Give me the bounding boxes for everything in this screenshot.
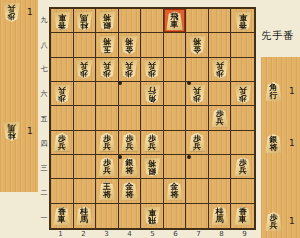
hand-count: 1	[289, 138, 295, 148]
piece-銀将-top[interactable]: 銀将	[143, 157, 160, 176]
file-label-5: 5	[141, 230, 164, 238]
square-2-七[interactable]: 歩兵	[74, 58, 97, 82]
piece-飛車-top[interactable]: 飛車	[143, 206, 160, 225]
square-4-八[interactable]: 金将	[119, 33, 142, 57]
square-3-八[interactable]: 玉将	[96, 33, 119, 57]
square-4-五[interactable]	[119, 106, 142, 130]
piece-歩兵-top[interactable]: 歩兵	[53, 84, 70, 103]
square-5-八[interactable]	[141, 33, 164, 57]
hand-piece-歩兵[interactable]: 歩兵	[265, 212, 282, 231]
square-9-八[interactable]	[231, 33, 254, 57]
square-2-四[interactable]	[74, 131, 97, 155]
piece-王将-bottom[interactable]: 王将	[98, 181, 115, 200]
square-2-五[interactable]	[74, 106, 97, 130]
square-1-四[interactable]: 歩兵	[51, 131, 74, 155]
square-2-三[interactable]	[74, 155, 97, 179]
piece-香車-top[interactable]: 香車	[234, 11, 251, 30]
piece-金将-bottom[interactable]: 金将	[121, 181, 138, 200]
square-7-二[interactable]	[186, 179, 209, 203]
square-5-五[interactable]	[141, 106, 164, 130]
piece-歩兵-top[interactable]: 歩兵	[76, 60, 93, 79]
square-8-五[interactable]: 歩兵	[209, 106, 232, 130]
square-6-六[interactable]	[164, 82, 187, 106]
square-3-二[interactable]: 王将	[96, 179, 119, 203]
file-label-1: 1	[49, 230, 72, 238]
square-1-七[interactable]	[51, 58, 74, 82]
square-9-九[interactable]: 香車	[231, 9, 254, 33]
square-1-六[interactable]: 歩兵	[51, 82, 74, 106]
square-9-四[interactable]	[231, 131, 254, 155]
rank-label-四: 四	[40, 139, 48, 149]
file-label-9: 9	[233, 230, 256, 238]
piece-歩兵-top[interactable]: 歩兵	[98, 60, 115, 79]
square-3-九[interactable]: 銀将	[96, 9, 119, 33]
file-label-7: 7	[187, 230, 210, 238]
hand-count: 1	[289, 86, 295, 96]
turn-indicator: 先手番	[261, 29, 300, 43]
piece-香車-bottom[interactable]: 香車	[234, 206, 251, 225]
hand-piece-角行[interactable]: 角行	[265, 82, 282, 101]
square-5-七[interactable]: 歩兵	[141, 58, 164, 82]
hoshi-dot	[118, 155, 122, 159]
rank-label-一: 一	[40, 213, 48, 223]
square-5-二[interactable]	[141, 179, 164, 203]
square-7-七[interactable]	[186, 58, 209, 82]
square-2-二[interactable]	[74, 179, 97, 203]
square-3-一[interactable]	[96, 204, 119, 228]
square-4-六[interactable]	[119, 82, 142, 106]
piece-歩兵-top[interactable]: 歩兵	[189, 84, 206, 103]
piece-銀将-top[interactable]: 銀将	[98, 11, 115, 30]
square-4-九[interactable]	[119, 9, 142, 33]
square-9-七[interactable]	[231, 58, 254, 82]
square-6-五[interactable]	[164, 106, 187, 130]
hand-piece-桂馬[interactable]: 桂馬	[3, 122, 20, 141]
square-5-一[interactable]: 飛車	[141, 204, 164, 228]
hoshi-dot	[118, 81, 122, 85]
piece-角行-top[interactable]: 角行	[143, 84, 160, 103]
square-4-七[interactable]: 歩兵	[119, 58, 142, 82]
square-7-九[interactable]	[186, 9, 209, 33]
piece-桂馬-bottom[interactable]: 桂馬	[76, 206, 93, 225]
square-8-七[interactable]: 歩兵	[209, 58, 232, 82]
top-player-hand-panel: 歩兵1桂馬1	[0, 0, 38, 192]
piece-歩兵-bottom[interactable]: 歩兵	[121, 133, 138, 152]
piece-歩兵-bottom[interactable]: 歩兵	[211, 108, 228, 127]
square-2-九[interactable]: 桂馬	[74, 9, 97, 33]
shogi-board: 香車桂馬銀将飛車香車玉将金将金将歩兵歩兵歩兵歩兵歩兵歩兵角行歩兵歩兵歩兵歩兵歩兵…	[49, 7, 256, 230]
square-8-二[interactable]	[209, 179, 232, 203]
hand-count: 1	[289, 216, 295, 226]
square-5-六[interactable]: 角行	[141, 82, 164, 106]
piece-歩兵-bottom[interactable]: 歩兵	[98, 133, 115, 152]
shogi-app: 歩兵1桂馬1 角行1銀将1歩兵1 先手番 香車桂馬銀将飛車香車玉将金将金将歩兵歩…	[0, 0, 300, 238]
square-9-三[interactable]: 歩兵	[231, 155, 254, 179]
hoshi-dot	[187, 155, 191, 159]
piece-歩兵-top[interactable]: 歩兵	[121, 60, 138, 79]
square-1-二[interactable]	[51, 179, 74, 203]
square-7-八[interactable]: 金将	[186, 33, 209, 57]
rank-label-七: 七	[40, 64, 48, 74]
square-6-一[interactable]	[164, 204, 187, 228]
square-6-八[interactable]	[164, 33, 187, 57]
square-8-八[interactable]	[209, 33, 232, 57]
piece-銀将-bottom[interactable]: 銀将	[121, 157, 138, 176]
piece-飛車-bottom[interactable]: 飛車	[166, 11, 183, 30]
piece-歩兵-bottom[interactable]: 歩兵	[234, 157, 251, 176]
rank-label-九: 九	[40, 15, 48, 25]
square-9-一[interactable]: 香車	[231, 204, 254, 228]
square-3-七[interactable]: 歩兵	[96, 58, 119, 82]
square-3-六[interactable]	[96, 82, 119, 106]
square-6-七[interactable]	[164, 58, 187, 82]
file-label-8: 8	[210, 230, 233, 238]
square-1-三[interactable]	[51, 155, 74, 179]
square-1-八[interactable]	[51, 33, 74, 57]
hand-piece-銀将[interactable]: 銀将	[265, 134, 282, 153]
piece-歩兵-top[interactable]: 歩兵	[211, 60, 228, 79]
square-3-五[interactable]	[96, 106, 119, 130]
square-1-五[interactable]	[51, 106, 74, 130]
square-7-五[interactable]	[186, 106, 209, 130]
square-9-二[interactable]	[231, 179, 254, 203]
square-2-一[interactable]: 桂馬	[74, 204, 97, 228]
square-7-六[interactable]: 歩兵	[186, 82, 209, 106]
piece-歩兵-top[interactable]: 歩兵	[143, 60, 160, 79]
square-4-四[interactable]: 歩兵	[119, 131, 142, 155]
piece-金将-top[interactable]: 金将	[189, 35, 206, 54]
square-4-一[interactable]	[119, 204, 142, 228]
piece-香車-bottom[interactable]: 香車	[53, 206, 70, 225]
square-8-四[interactable]	[209, 131, 232, 155]
square-7-四[interactable]: 歩兵	[186, 131, 209, 155]
square-6-二[interactable]: 金将	[164, 179, 187, 203]
file-label-3: 3	[95, 230, 118, 238]
piece-桂馬-bottom[interactable]: 桂馬	[211, 206, 228, 225]
square-2-八[interactable]	[74, 33, 97, 57]
square-5-四[interactable]: 歩兵	[141, 131, 164, 155]
square-9-六[interactable]: 歩兵	[231, 82, 254, 106]
rank-label-三: 三	[40, 163, 48, 173]
file-label-6: 6	[164, 230, 187, 238]
piece-香車-top[interactable]: 香車	[53, 11, 70, 30]
square-1-一[interactable]: 香車	[51, 204, 74, 228]
hoshi-dot	[187, 81, 191, 85]
rank-label-八: 八	[40, 40, 48, 50]
square-9-五[interactable]	[231, 106, 254, 130]
piece-歩兵-bottom[interactable]: 歩兵	[143, 133, 160, 152]
square-7-一[interactable]	[186, 204, 209, 228]
hand-piece-歩兵[interactable]: 歩兵	[3, 3, 20, 22]
square-2-六[interactable]	[74, 82, 97, 106]
hand-count: 1	[27, 126, 33, 136]
file-label-4: 4	[118, 230, 141, 238]
square-3-三[interactable]: 歩兵	[96, 155, 119, 179]
square-5-九[interactable]	[141, 9, 164, 33]
square-6-四[interactable]	[164, 131, 187, 155]
rank-label-五: 五	[40, 114, 48, 124]
square-8-九[interactable]	[209, 9, 232, 33]
square-5-三[interactable]: 銀将	[141, 155, 164, 179]
hand-count: 1	[27, 7, 33, 17]
square-8-六[interactable]	[209, 82, 232, 106]
rank-label-六: 六	[40, 89, 48, 99]
square-6-九[interactable]: 飛車	[164, 9, 187, 33]
square-4-二[interactable]: 金将	[119, 179, 142, 203]
square-6-三[interactable]	[164, 155, 187, 179]
piece-歩兵-bottom[interactable]: 歩兵	[98, 157, 115, 176]
square-8-三[interactable]	[209, 155, 232, 179]
file-label-2: 2	[72, 230, 95, 238]
piece-歩兵-bottom[interactable]: 歩兵	[53, 133, 70, 152]
piece-金将-top[interactable]: 金将	[121, 35, 138, 54]
square-1-九[interactable]: 香車	[51, 9, 74, 33]
square-8-一[interactable]: 桂馬	[209, 204, 232, 228]
bottom-player-hand-panel: 角行1銀将1歩兵1	[261, 57, 300, 238]
piece-歩兵-bottom[interactable]: 歩兵	[189, 133, 206, 152]
piece-桂馬-top[interactable]: 桂馬	[76, 11, 93, 30]
piece-歩兵-top[interactable]: 歩兵	[234, 84, 251, 103]
piece-玉将-top[interactable]: 玉将	[98, 35, 115, 54]
rank-label-二: 二	[40, 188, 48, 198]
piece-金将-bottom[interactable]: 金将	[166, 181, 183, 200]
square-4-三[interactable]: 銀将	[119, 155, 142, 179]
square-3-四[interactable]: 歩兵	[96, 131, 119, 155]
